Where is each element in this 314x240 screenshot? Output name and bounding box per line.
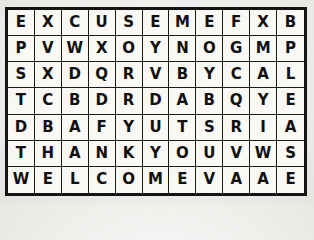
grid-cell-r3c5[interactable]: R xyxy=(116,62,143,88)
grid-cell-r5c9[interactable]: R xyxy=(223,115,250,141)
grid-cell-r5c11[interactable]: A xyxy=(277,115,304,141)
grid-cell-r6c5[interactable]: K xyxy=(116,141,143,167)
grid-cell-r3c6[interactable]: V xyxy=(143,62,170,88)
grid-cell-r1c11[interactable]: B xyxy=(277,10,304,36)
grid-cell-r7c10[interactable]: A xyxy=(250,167,277,193)
grid-cell-r2c3[interactable]: W xyxy=(62,36,89,62)
grid-cell-r2c9[interactable]: G xyxy=(223,36,250,62)
grid-cell-r6c2[interactable]: H xyxy=(35,141,62,167)
grid-cell-r6c7[interactable]: O xyxy=(169,141,196,167)
grid-cell-r5c3[interactable]: A xyxy=(62,115,89,141)
grid-cell-r7c8[interactable]: V xyxy=(196,167,223,193)
grid-cell-r5c4[interactable]: F xyxy=(89,115,116,141)
grid-cell-r3c11[interactable]: L xyxy=(277,62,304,88)
grid-cell-r1c6[interactable]: E xyxy=(143,10,170,36)
grid-cell-r7c11[interactable]: E xyxy=(277,167,304,193)
grid-cell-r3c4[interactable]: Q xyxy=(89,62,116,88)
grid-cell-r6c6[interactable]: Y xyxy=(143,141,170,167)
grid-cell-r3c1[interactable]: S xyxy=(8,62,35,88)
grid-cell-r6c11[interactable]: S xyxy=(277,141,304,167)
grid-cell-r4c4[interactable]: D xyxy=(89,88,116,114)
grid-cell-r4c2[interactable]: C xyxy=(35,88,62,114)
grid-cell-r6c1[interactable]: T xyxy=(8,141,35,167)
grid-cell-r2c8[interactable]: O xyxy=(196,36,223,62)
grid-cell-r2c4[interactable]: X xyxy=(89,36,116,62)
grid-cell-r1c7[interactable]: M xyxy=(169,10,196,36)
grid-cell-r5c6[interactable]: U xyxy=(143,115,170,141)
grid-cell-r6c8[interactable]: U xyxy=(196,141,223,167)
grid-cell-r4c9[interactable]: Q xyxy=(223,88,250,114)
grid-cell-r5c10[interactable]: I xyxy=(250,115,277,141)
grid-cell-r4c3[interactable]: B xyxy=(62,88,89,114)
grid-cell-r3c10[interactable]: A xyxy=(250,62,277,88)
grid-cell-r7c7[interactable]: E xyxy=(169,167,196,193)
grid-cell-r3c9[interactable]: C xyxy=(223,62,250,88)
grid-cell-r2c11[interactable]: P xyxy=(277,36,304,62)
grid-cell-r2c7[interactable]: N xyxy=(169,36,196,62)
grid-cell-r5c7[interactable]: T xyxy=(169,115,196,141)
grid-cell-r6c9[interactable]: V xyxy=(223,141,250,167)
grid-cell-r3c8[interactable]: Y xyxy=(196,62,223,88)
grid-cell-r3c3[interactable]: D xyxy=(62,62,89,88)
grid-cell-r6c4[interactable]: N xyxy=(89,141,116,167)
grid-cell-r7c4[interactable]: C xyxy=(89,167,116,193)
grid-cell-r5c2[interactable]: B xyxy=(35,115,62,141)
word-search-grid: EXCUSEMEFXBPVWXOYNOGMPSXDQRVBYCALTCBDRDA… xyxy=(5,7,307,196)
grid-cell-r4c5[interactable]: R xyxy=(116,88,143,114)
grid-cell-r1c2[interactable]: X xyxy=(35,10,62,36)
grid-cell-r6c10[interactable]: W xyxy=(250,141,277,167)
grid-cell-r7c1[interactable]: W xyxy=(8,167,35,193)
grid-cell-r7c5[interactable]: O xyxy=(116,167,143,193)
grid-cell-r4c10[interactable]: Y xyxy=(250,88,277,114)
grid-cell-r4c11[interactable]: E xyxy=(277,88,304,114)
grid-cell-r4c6[interactable]: D xyxy=(143,88,170,114)
grid-cell-r4c7[interactable]: A xyxy=(169,88,196,114)
grid-cell-r4c1[interactable]: T xyxy=(8,88,35,114)
grid-cell-r6c3[interactable]: A xyxy=(62,141,89,167)
grid-cell-r5c8[interactable]: S xyxy=(196,115,223,141)
grid-cell-r5c5[interactable]: Y xyxy=(116,115,143,141)
grid-cell-r1c8[interactable]: E xyxy=(196,10,223,36)
grid-cell-r7c2[interactable]: E xyxy=(35,167,62,193)
grid-cell-r2c2[interactable]: V xyxy=(35,36,62,62)
grid-cell-r7c3[interactable]: L xyxy=(62,167,89,193)
grid-cell-r2c10[interactable]: M xyxy=(250,36,277,62)
grid-cell-r2c1[interactable]: P xyxy=(8,36,35,62)
grid-cell-r1c3[interactable]: C xyxy=(62,10,89,36)
grid-cell-r3c7[interactable]: B xyxy=(169,62,196,88)
grid-cell-r1c4[interactable]: U xyxy=(89,10,116,36)
grid-cell-r3c2[interactable]: X xyxy=(35,62,62,88)
grid-cell-r1c9[interactable]: F xyxy=(223,10,250,36)
grid-cell-r5c1[interactable]: D xyxy=(8,115,35,141)
grid-cell-r2c6[interactable]: Y xyxy=(143,36,170,62)
grid-cell-r7c6[interactable]: M xyxy=(143,167,170,193)
grid-cell-r1c1[interactable]: E xyxy=(8,10,35,36)
grid-cell-r7c9[interactable]: A xyxy=(223,167,250,193)
grid-cell-r4c8[interactable]: B xyxy=(196,88,223,114)
grid-cell-r1c10[interactable]: X xyxy=(250,10,277,36)
grid-cell-r2c5[interactable]: O xyxy=(116,36,143,62)
grid-cell-r1c5[interactable]: S xyxy=(116,10,143,36)
